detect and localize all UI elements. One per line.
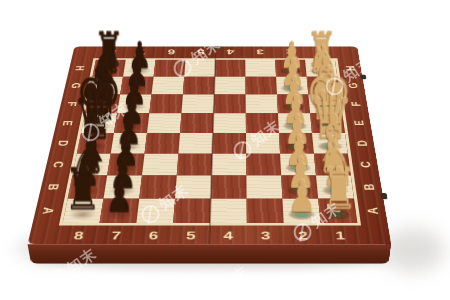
chess-board: ♜♟♟♜♞♟♟♞♝♟♟♝♚♟♟♚♛♟♟♛♝♟♟♝♞♟♟♞♜♟♟♜ 8765432… — [28, 47, 392, 245]
rank-label-near-4: 4 — [209, 228, 247, 244]
rank-label-near-8: 8 — [59, 228, 99, 244]
rank-label-far-3: 3 — [245, 47, 275, 57]
rank-label-far-5: 5 — [186, 47, 216, 57]
rank-label-far-4: 4 — [216, 47, 246, 57]
clasp-icon — [380, 193, 388, 199]
rank-label-far-6: 6 — [156, 47, 187, 57]
rank-label-near-1: 1 — [321, 228, 360, 244]
chessboard-photo: ♜♟♟♜♞♟♟♞♝♟♟♝♚♟♟♚♛♟♟♛♝♟♟♝♞♟♟♞♜♟♟♜ 8765432… — [0, 0, 450, 300]
rank-label-far-2: 2 — [275, 47, 305, 57]
piece-white-rook-a1[interactable]: ♜ — [318, 199, 357, 223]
file-label-right-H: H — [334, 63, 366, 74]
board-frame: ♜♟♟♜♞♟♟♞♝♟♟♝♚♟♟♚♛♟♟♛♝♟♟♝♞♟♟♞♜♟♟♜ 8765432… — [28, 47, 392, 245]
file-label-left-H: H — [63, 63, 96, 74]
piece-black-rook-a8[interactable]: ♜ — [63, 199, 104, 223]
rank-label-far-7: 7 — [126, 47, 157, 57]
rank-label-near-3: 3 — [247, 228, 285, 244]
rank-label-far-8: 8 — [96, 47, 127, 57]
board-side-front — [28, 244, 392, 263]
rank-label-near-2: 2 — [284, 228, 323, 244]
scene: ♜♟♟♜♞♟♟♞♝♟♟♝♚♟♟♚♛♟♟♛♝♟♟♝♞♟♟♞♜♟♟♜ 8765432… — [0, 0, 450, 300]
rank-label-near-7: 7 — [96, 228, 136, 244]
rank-label-near-6: 6 — [134, 228, 173, 244]
rank-label-near-5: 5 — [172, 228, 210, 244]
rank-label-far-1: 1 — [304, 47, 335, 57]
